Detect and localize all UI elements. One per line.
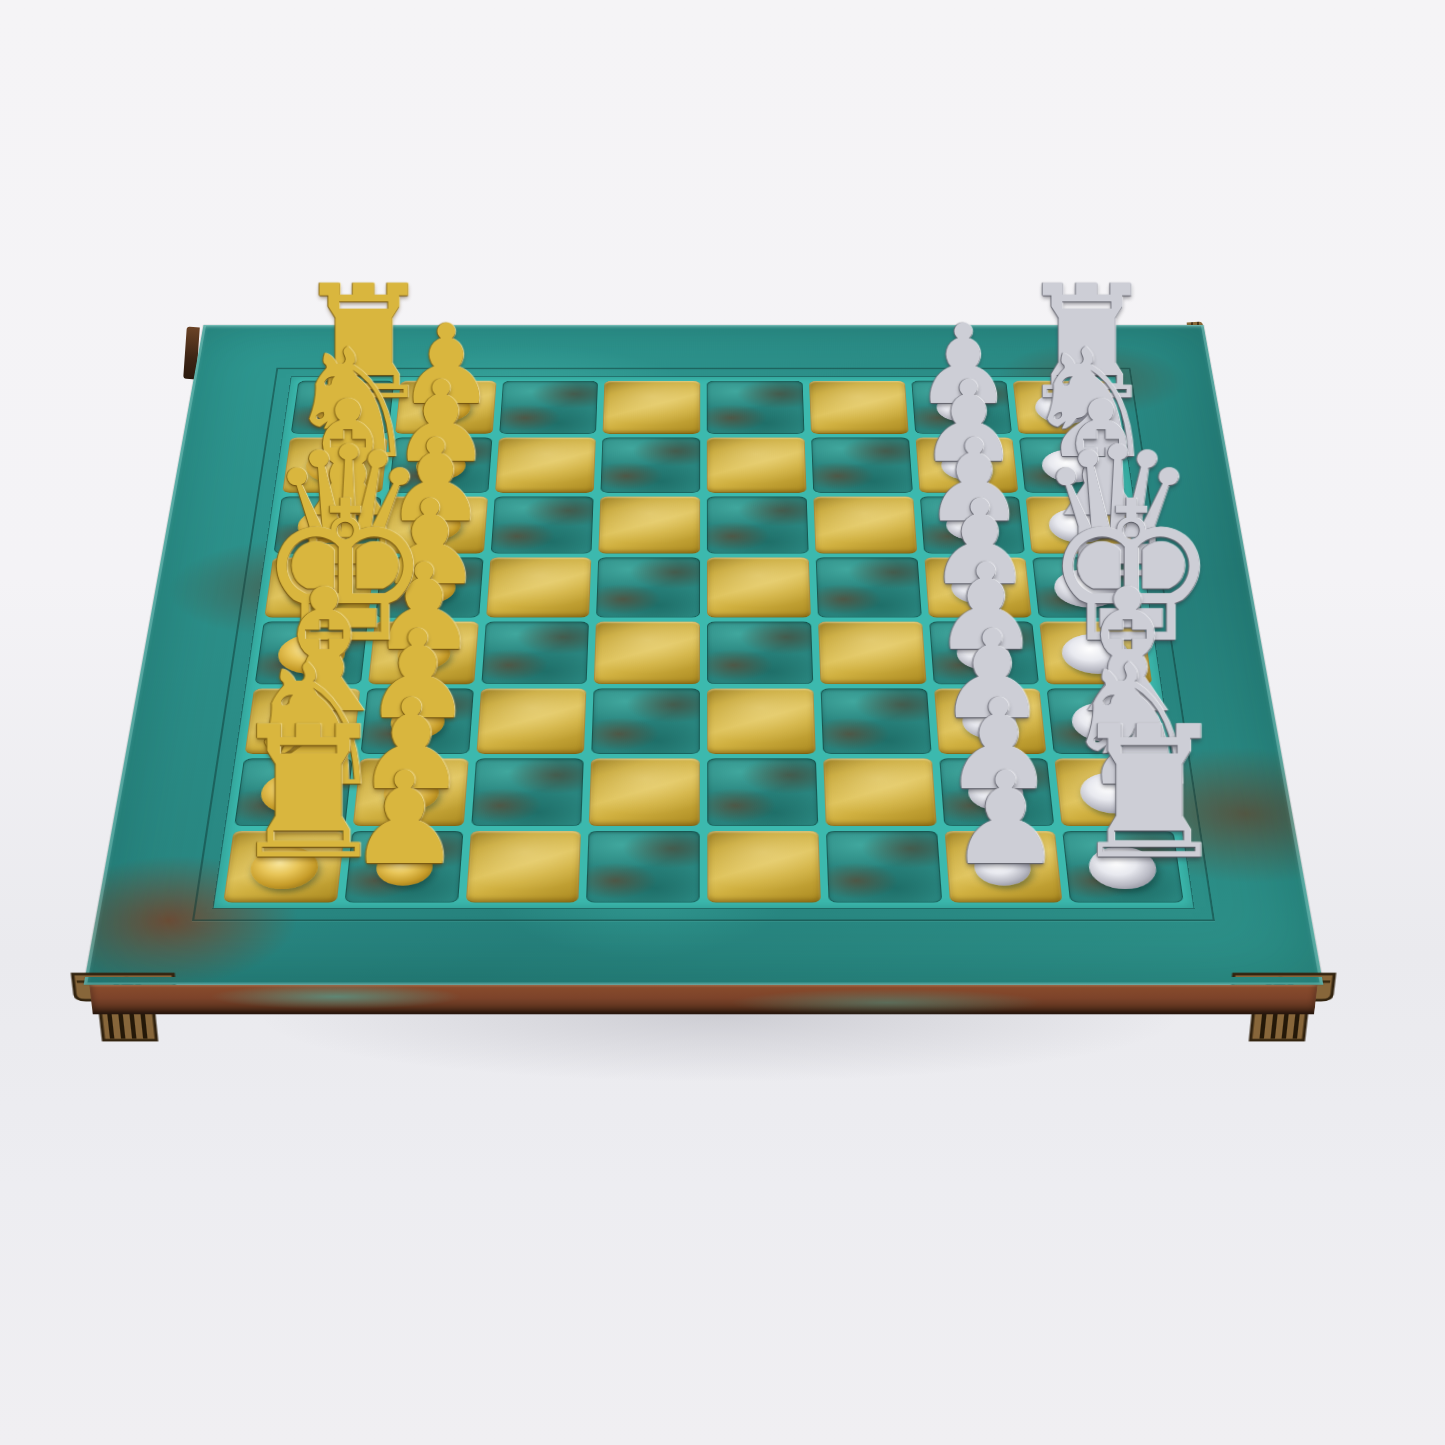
square	[471, 758, 584, 826]
white-pawn-base	[415, 452, 467, 480]
square: ♟	[911, 381, 1012, 434]
black-pawn-base	[973, 850, 1032, 886]
square: ♟	[352, 758, 468, 826]
board-grid: ♜♟♟♜♞♟♟♞♝♟♟♝♛♟♟♛♚♟♟♚♝♟♟♝♞♟♟♞♜♟♟♜	[214, 377, 1194, 908]
square	[707, 758, 818, 826]
white-pawn-base	[402, 573, 456, 603]
white-pawn-base	[420, 395, 471, 422]
white-pawn-base	[408, 511, 461, 540]
white-rook-base	[248, 847, 320, 890]
square	[596, 558, 700, 618]
square: ♝	[1047, 688, 1163, 753]
white-pawn-base	[382, 776, 440, 810]
square: ♟	[360, 688, 473, 753]
white-pawn-base	[396, 638, 451, 669]
black-queen-base	[1052, 569, 1122, 607]
square: ♟	[939, 758, 1055, 826]
square	[603, 381, 700, 434]
square: ♞	[282, 437, 387, 492]
square	[826, 831, 942, 902]
square	[707, 622, 813, 684]
black-pawn-base	[956, 638, 1011, 669]
square: ♚	[1039, 622, 1152, 684]
square: ♟	[944, 831, 1063, 902]
square	[820, 688, 931, 753]
square: ♜	[291, 381, 394, 434]
square	[589, 758, 700, 826]
square	[818, 622, 926, 684]
square	[823, 758, 936, 826]
square: ♚	[255, 622, 368, 684]
square: ♛	[1032, 558, 1142, 618]
square: ♟	[368, 622, 479, 684]
black-king-base	[1060, 634, 1132, 674]
square: ♞	[234, 758, 352, 826]
square	[707, 831, 820, 902]
square	[815, 558, 921, 618]
square	[476, 688, 587, 753]
white-rook-base	[312, 392, 374, 424]
square	[811, 437, 912, 492]
white-bishop-base	[268, 703, 337, 742]
black-knight-base	[1078, 773, 1149, 814]
square: ♞	[1055, 758, 1173, 826]
square: ♟	[929, 622, 1040, 684]
square	[707, 688, 815, 753]
black-pawn-base	[951, 573, 1005, 603]
square: ♛	[264, 558, 374, 618]
white-king-base	[275, 634, 347, 674]
square	[592, 688, 700, 753]
square: ♜	[1063, 831, 1184, 902]
square	[601, 437, 700, 492]
square	[809, 381, 908, 434]
black-pawn-base	[936, 395, 987, 422]
square	[495, 437, 596, 492]
black-pawn-base	[945, 511, 998, 540]
square: ♟	[375, 558, 483, 618]
black-pawn-base	[961, 706, 1018, 739]
square: ♟	[924, 558, 1032, 618]
black-rook-base	[1034, 392, 1096, 424]
square	[499, 381, 598, 434]
square: ♜	[1013, 381, 1116, 434]
square: ♟	[915, 437, 1018, 492]
square	[594, 622, 700, 684]
square: ♝	[245, 688, 361, 753]
square	[481, 622, 589, 684]
white-knight-base	[304, 449, 367, 482]
white-pawn-base	[389, 706, 446, 739]
white-knight-base	[258, 773, 329, 814]
black-bishop-base	[1070, 703, 1139, 742]
product-photo-scene: ♜♟♟♜♞♟♟♞♝♟♟♝♛♟♟♛♚♟♟♚♝♟♟♝♞♟♟♞♜♟♟♜	[0, 0, 1445, 1445]
black-knight-base	[1040, 449, 1103, 482]
board-front-edge	[89, 985, 1317, 1015]
white-queen-base	[285, 569, 355, 607]
square	[707, 381, 804, 434]
white-bishop-base	[295, 509, 359, 543]
white-pawn-base	[374, 850, 433, 886]
square: ♟	[395, 381, 496, 434]
square: ♟	[934, 688, 1047, 753]
square	[707, 558, 811, 618]
square: ♞	[1019, 437, 1124, 492]
square: ♟	[344, 831, 463, 902]
chess-board: ♜♟♟♜♞♟♟♞♝♟♟♝♛♟♟♛♚♟♟♚♝♟♟♝♞♟♟♞♜♟♟♜	[84, 325, 1324, 985]
square	[465, 831, 581, 902]
board-top-face: ♜♟♟♜♞♟♟♞♝♟♟♝♛♟♟♛♚♟♟♚♝♟♟♝♞♟♟♞♜♟♟♜	[84, 325, 1324, 985]
black-pawn-base	[967, 776, 1025, 810]
square: ♟	[388, 437, 491, 492]
square	[486, 558, 592, 618]
square	[586, 831, 699, 902]
black-pawn-base	[941, 452, 993, 480]
square	[707, 437, 806, 492]
square: ♜	[223, 831, 344, 902]
black-bishop-base	[1047, 509, 1111, 543]
black-rook-base	[1087, 847, 1159, 890]
